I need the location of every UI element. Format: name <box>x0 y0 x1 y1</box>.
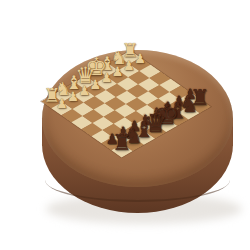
chess-piece-light-p[interactable]: ♟ <box>101 72 113 85</box>
pieces-layer: ♜♞♝♛♚♝♞♜♟♟♟♟♟♟♟♟♟♟♟♟♟♟♟♟♜♞♝♛♚♝♞♜ <box>0 0 250 250</box>
chess-piece-dark-r[interactable]: ♜ <box>112 132 132 154</box>
chess-piece-light-p[interactable]: ♟ <box>123 60 135 73</box>
chess-piece-light-p[interactable]: ♟ <box>67 91 79 104</box>
chess-piece-light-p[interactable]: ♟ <box>112 66 124 79</box>
chess-piece-light-p[interactable]: ♟ <box>90 79 102 92</box>
product-photo-stage: ♜♞♝♛♚♝♞♜♟♟♟♟♟♟♟♟♟♟♟♟♟♟♟♟♜♞♝♛♚♝♞♜ <box>0 0 250 250</box>
chess-piece-light-p[interactable]: ♟ <box>56 97 68 110</box>
chess-piece-light-p[interactable]: ♟ <box>134 53 146 66</box>
chess-piece-light-p[interactable]: ♟ <box>78 85 90 98</box>
